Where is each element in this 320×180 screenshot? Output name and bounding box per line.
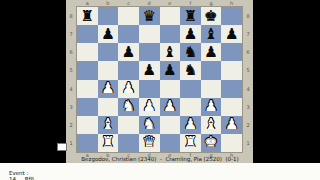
square-a1[interactable] bbox=[77, 134, 98, 152]
square-e7[interactable] bbox=[160, 25, 181, 43]
square-b1[interactable]: ♜ bbox=[98, 134, 119, 152]
square-a2[interactable] bbox=[77, 116, 98, 134]
piece-white-knight: ♞ bbox=[142, 117, 155, 132]
square-f8[interactable]: ♜ bbox=[180, 7, 201, 25]
piece-white-knight: ♞ bbox=[122, 99, 135, 114]
piece-white-pawn: ♟ bbox=[101, 81, 114, 96]
piece-black-queen: ♛ bbox=[142, 8, 155, 23]
square-e5[interactable]: ♟ bbox=[160, 61, 181, 79]
square-f1[interactable]: ♜ bbox=[180, 134, 201, 152]
square-d5[interactable]: ♟ bbox=[139, 61, 160, 79]
square-c5[interactable] bbox=[118, 61, 139, 79]
square-g3[interactable]: ♟ bbox=[201, 98, 222, 116]
square-f4[interactable] bbox=[180, 80, 201, 98]
square-c8[interactable] bbox=[118, 7, 139, 25]
piece-white-rook: ♜ bbox=[184, 135, 197, 150]
rank-label-1: 1 bbox=[243, 134, 253, 152]
square-b8[interactable] bbox=[98, 7, 119, 25]
game-info-panel: Event : 1998 ch-Gade 5/6 (2) A38 14 ... … bbox=[0, 163, 320, 180]
square-g8[interactable]: ♚ bbox=[201, 7, 222, 25]
piece-black-king: ♚ bbox=[204, 8, 217, 23]
square-g6[interactable]: ♟ bbox=[201, 43, 222, 61]
square-g4[interactable] bbox=[201, 80, 222, 98]
rank-label-6: 6 bbox=[66, 43, 76, 61]
square-d7[interactable] bbox=[139, 25, 160, 43]
square-d8[interactable]: ♛ bbox=[139, 7, 160, 25]
game-title: Bezgodov, Christian (2340) - Cramling, P… bbox=[0, 156, 320, 163]
square-h4[interactable] bbox=[221, 80, 242, 98]
piece-black-pawn: ♟ bbox=[225, 26, 238, 41]
rank-label-8: 8 bbox=[66, 7, 76, 25]
rank-label-2: 2 bbox=[66, 116, 76, 134]
piece-black-bishop: ♝ bbox=[204, 26, 217, 41]
rank-labels-left: 87654321 bbox=[66, 7, 76, 152]
rank-labels-right: 87654321 bbox=[243, 7, 253, 152]
file-label-g: g bbox=[201, 0, 222, 6]
chess-board: ♜♛♜♚♟♟♝♟♟♝♞♟♟♟♞♟♟♞♟♟♟♝♞♟♝♟♜♛♜♚ bbox=[77, 7, 242, 152]
piece-white-pawn: ♟ bbox=[184, 117, 197, 132]
rank-label-3: 3 bbox=[66, 98, 76, 116]
square-e2[interactable] bbox=[160, 116, 181, 134]
square-c4[interactable]: ♟ bbox=[118, 80, 139, 98]
square-a5[interactable] bbox=[77, 61, 98, 79]
piece-black-bishop: ♝ bbox=[163, 44, 176, 59]
square-g2[interactable]: ♝ bbox=[201, 116, 222, 134]
rank-label-1: 1 bbox=[66, 134, 76, 152]
square-f6[interactable]: ♞ bbox=[180, 43, 201, 61]
square-e6[interactable]: ♝ bbox=[160, 43, 181, 61]
piece-black-rook: ♜ bbox=[81, 8, 94, 23]
piece-black-pawn: ♟ bbox=[142, 62, 155, 77]
file-label-a: a bbox=[77, 0, 98, 6]
square-a6[interactable] bbox=[77, 43, 98, 61]
piece-white-pawn: ♟ bbox=[163, 99, 176, 114]
piece-black-pawn: ♟ bbox=[101, 26, 114, 41]
moves-line: 14 ... Rf8 Next : 15.Qc2 Length : 40 Mat… bbox=[2, 170, 44, 176]
rank-label-3: 3 bbox=[243, 98, 253, 116]
square-b5[interactable] bbox=[98, 61, 119, 79]
white-to-move-indicator bbox=[57, 143, 67, 151]
square-a4[interactable] bbox=[77, 80, 98, 98]
square-a8[interactable]: ♜ bbox=[77, 7, 98, 25]
square-f2[interactable]: ♟ bbox=[180, 116, 201, 134]
square-c7[interactable] bbox=[118, 25, 139, 43]
square-e1[interactable] bbox=[160, 134, 181, 152]
square-c3[interactable]: ♞ bbox=[118, 98, 139, 116]
square-g1[interactable]: ♚ bbox=[201, 134, 222, 152]
square-d1[interactable]: ♛ bbox=[139, 134, 160, 152]
rank-label-4: 4 bbox=[66, 80, 76, 98]
square-a3[interactable] bbox=[77, 98, 98, 116]
square-b4[interactable]: ♟ bbox=[98, 80, 119, 98]
piece-white-pawn: ♟ bbox=[225, 117, 238, 132]
piece-white-bishop: ♝ bbox=[204, 117, 217, 132]
file-label-f: f bbox=[180, 0, 201, 6]
square-b2[interactable]: ♝ bbox=[98, 116, 119, 134]
rank-label-5: 5 bbox=[243, 61, 253, 79]
last-move: 14 ... Rf8 bbox=[9, 176, 34, 180]
file-label-b: b bbox=[98, 0, 119, 6]
square-h1[interactable] bbox=[221, 134, 242, 152]
rank-label-7: 7 bbox=[243, 25, 253, 43]
square-g7[interactable]: ♝ bbox=[201, 25, 222, 43]
square-d3[interactable]: ♟ bbox=[139, 98, 160, 116]
square-f5[interactable]: ♞ bbox=[180, 61, 201, 79]
square-g5[interactable] bbox=[201, 61, 222, 79]
square-f7[interactable]: ♟ bbox=[180, 25, 201, 43]
square-h7[interactable]: ♟ bbox=[221, 25, 242, 43]
rank-label-4: 4 bbox=[243, 80, 253, 98]
square-f3[interactable] bbox=[180, 98, 201, 116]
square-c1[interactable] bbox=[118, 134, 139, 152]
square-h2[interactable]: ♟ bbox=[221, 116, 242, 134]
square-d4[interactable] bbox=[139, 80, 160, 98]
square-b6[interactable] bbox=[98, 43, 119, 61]
piece-black-pawn: ♟ bbox=[184, 26, 197, 41]
square-h8[interactable] bbox=[221, 7, 242, 25]
square-e3[interactable]: ♟ bbox=[160, 98, 181, 116]
piece-black-knight: ♞ bbox=[184, 44, 197, 59]
square-c2[interactable] bbox=[118, 116, 139, 134]
piece-white-pawn: ♟ bbox=[142, 99, 155, 114]
square-b7[interactable]: ♟ bbox=[98, 25, 119, 43]
piece-black-knight: ♞ bbox=[184, 62, 197, 77]
square-h5[interactable] bbox=[221, 61, 242, 79]
square-e4[interactable] bbox=[160, 80, 181, 98]
piece-white-pawn: ♟ bbox=[204, 99, 217, 114]
rank-label-6: 6 bbox=[243, 43, 253, 61]
rank-label-2: 2 bbox=[243, 116, 253, 134]
file-label-c: c bbox=[118, 0, 139, 6]
file-label-e: e bbox=[160, 0, 181, 6]
square-b3[interactable] bbox=[98, 98, 119, 116]
piece-black-pawn: ♟ bbox=[204, 44, 217, 59]
square-h3[interactable] bbox=[221, 98, 242, 116]
rank-label-8: 8 bbox=[243, 7, 253, 25]
piece-white-king: ♚ bbox=[204, 135, 217, 150]
piece-white-rook: ♜ bbox=[101, 135, 114, 150]
piece-black-pawn: ♟ bbox=[163, 62, 176, 77]
file-label-d: d bbox=[139, 0, 160, 6]
file-labels-top: abcdefgh bbox=[77, 0, 242, 6]
square-d6[interactable] bbox=[139, 43, 160, 61]
rank-label-5: 5 bbox=[66, 61, 76, 79]
square-e8[interactable] bbox=[160, 7, 181, 25]
square-c6[interactable]: ♟ bbox=[118, 43, 139, 61]
square-h6[interactable] bbox=[221, 43, 242, 61]
chess-viewer-frame: { "game": "chess", "position": { "fen": … bbox=[0, 0, 320, 180]
piece-white-queen: ♛ bbox=[142, 135, 155, 150]
square-a7[interactable] bbox=[77, 25, 98, 43]
piece-white-bishop: ♝ bbox=[101, 117, 114, 132]
piece-black-rook: ♜ bbox=[184, 8, 197, 23]
rank-label-7: 7 bbox=[66, 25, 76, 43]
piece-black-pawn: ♟ bbox=[122, 44, 135, 59]
piece-white-pawn: ♟ bbox=[122, 81, 135, 96]
file-label-h: h bbox=[221, 0, 242, 6]
chess-board-frame: abcdefgh abcdefgh 87654321 87654321 ♜♛♜♚… bbox=[66, 0, 253, 163]
square-d2[interactable]: ♞ bbox=[139, 116, 160, 134]
